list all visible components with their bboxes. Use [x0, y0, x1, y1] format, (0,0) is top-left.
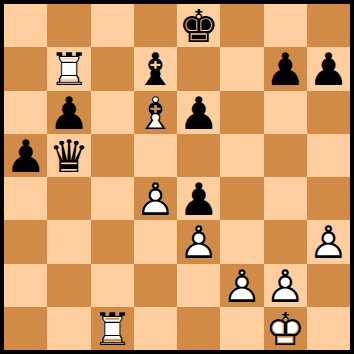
square-e7[interactable] — [177, 47, 220, 90]
square-a8[interactable] — [4, 4, 47, 47]
square-g4[interactable] — [264, 177, 307, 220]
square-c5[interactable] — [91, 134, 134, 177]
pawn-outline-glyph: ♙ — [134, 178, 177, 220]
square-f4[interactable] — [220, 177, 263, 220]
square-b2[interactable] — [47, 264, 90, 307]
square-d1[interactable] — [134, 307, 177, 350]
piece-black-pawn[interactable]: ♟ — [307, 48, 350, 90]
square-f5[interactable] — [220, 134, 263, 177]
pawn-outline-glyph: ♙ — [220, 265, 263, 307]
square-d2[interactable] — [134, 264, 177, 307]
piece-black-pawn[interactable]: ♟ — [177, 92, 220, 134]
piece-white-rook[interactable]: ♜♖ — [47, 48, 90, 90]
rook-outline-glyph: ♖ — [47, 48, 90, 90]
square-h6[interactable] — [307, 91, 350, 134]
piece-white-pawn[interactable]: ♟♙ — [134, 178, 177, 220]
chess-board: ♚♜♖♝♟♟♟♝♗♟♟♛♟♙♟♟♙♟♙♟♙♟♙♜♖♚♔ — [4, 4, 350, 350]
square-a7[interactable] — [4, 47, 47, 90]
square-c3[interactable] — [91, 220, 134, 263]
square-h1[interactable] — [307, 307, 350, 350]
square-f6[interactable] — [220, 91, 263, 134]
square-e6[interactable]: ♟ — [177, 91, 220, 134]
piece-black-bishop[interactable]: ♝ — [134, 48, 177, 90]
square-a4[interactable] — [4, 177, 47, 220]
square-h3[interactable]: ♟♙ — [307, 220, 350, 263]
square-h2[interactable] — [307, 264, 350, 307]
square-a1[interactable] — [4, 307, 47, 350]
square-e4[interactable]: ♟ — [177, 177, 220, 220]
square-e3[interactable]: ♟♙ — [177, 220, 220, 263]
square-c7[interactable] — [91, 47, 134, 90]
square-e8[interactable]: ♚ — [177, 4, 220, 47]
square-d4[interactable]: ♟♙ — [134, 177, 177, 220]
square-g6[interactable] — [264, 91, 307, 134]
square-f2[interactable]: ♟♙ — [220, 264, 263, 307]
square-d8[interactable] — [134, 4, 177, 47]
square-b6[interactable]: ♟ — [47, 91, 90, 134]
square-a3[interactable] — [4, 220, 47, 263]
square-a2[interactable] — [4, 264, 47, 307]
pawn-outline-glyph: ♙ — [177, 221, 220, 263]
square-c1[interactable]: ♜♖ — [91, 307, 134, 350]
square-f1[interactable] — [220, 307, 263, 350]
square-g2[interactable]: ♟♙ — [264, 264, 307, 307]
square-g8[interactable] — [264, 4, 307, 47]
board-frame: ♚♜♖♝♟♟♟♝♗♟♟♛♟♙♟♟♙♟♙♟♙♟♙♜♖♚♔ — [0, 0, 354, 354]
rook-outline-glyph: ♖ — [91, 308, 134, 350]
square-f3[interactable] — [220, 220, 263, 263]
pawn-outline-glyph: ♙ — [307, 221, 350, 263]
square-f7[interactable] — [220, 47, 263, 90]
square-b4[interactable] — [47, 177, 90, 220]
king-outline-glyph: ♔ — [264, 308, 307, 350]
square-h4[interactable] — [307, 177, 350, 220]
bishop-outline-glyph: ♗ — [134, 92, 177, 134]
piece-white-pawn[interactable]: ♟♙ — [177, 221, 220, 263]
piece-white-bishop[interactable]: ♝♗ — [134, 92, 177, 134]
square-h8[interactable] — [307, 4, 350, 47]
square-c6[interactable] — [91, 91, 134, 134]
square-h7[interactable]: ♟ — [307, 47, 350, 90]
piece-white-pawn[interactable]: ♟♙ — [264, 265, 307, 307]
piece-black-pawn[interactable]: ♟ — [47, 92, 90, 134]
piece-black-king[interactable]: ♚ — [177, 5, 220, 47]
square-e1[interactable] — [177, 307, 220, 350]
square-c4[interactable] — [91, 177, 134, 220]
square-d3[interactable] — [134, 220, 177, 263]
square-a5[interactable]: ♟ — [4, 134, 47, 177]
square-b3[interactable] — [47, 220, 90, 263]
piece-black-queen[interactable]: ♛ — [47, 135, 90, 177]
square-b8[interactable] — [47, 4, 90, 47]
square-e5[interactable] — [177, 134, 220, 177]
square-c8[interactable] — [91, 4, 134, 47]
square-g3[interactable] — [264, 220, 307, 263]
square-e2[interactable] — [177, 264, 220, 307]
square-b1[interactable] — [47, 307, 90, 350]
square-b7[interactable]: ♜♖ — [47, 47, 90, 90]
piece-white-pawn[interactable]: ♟♙ — [220, 265, 263, 307]
square-g1[interactable]: ♚♔ — [264, 307, 307, 350]
square-b5[interactable]: ♛ — [47, 134, 90, 177]
square-g7[interactable]: ♟ — [264, 47, 307, 90]
square-h5[interactable] — [307, 134, 350, 177]
square-d5[interactable] — [134, 134, 177, 177]
square-f8[interactable] — [220, 4, 263, 47]
square-c2[interactable] — [91, 264, 134, 307]
square-d6[interactable]: ♝♗ — [134, 91, 177, 134]
square-a6[interactable] — [4, 91, 47, 134]
piece-white-king[interactable]: ♚♔ — [264, 308, 307, 350]
square-d7[interactable]: ♝ — [134, 47, 177, 90]
piece-black-pawn[interactable]: ♟ — [177, 178, 220, 220]
pawn-outline-glyph: ♙ — [264, 265, 307, 307]
square-g5[interactable] — [264, 134, 307, 177]
piece-white-pawn[interactable]: ♟♙ — [307, 221, 350, 263]
piece-white-rook[interactable]: ♜♖ — [91, 308, 134, 350]
piece-black-pawn[interactable]: ♟ — [4, 135, 47, 177]
piece-black-pawn[interactable]: ♟ — [264, 48, 307, 90]
